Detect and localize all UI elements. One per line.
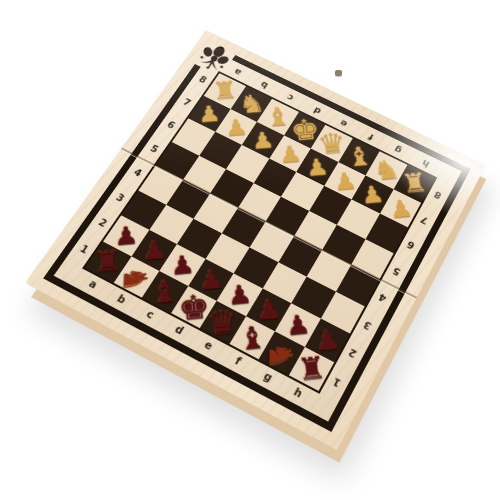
piece-light-pawn-h7[interactable]: ♟ — [383, 192, 419, 223]
pieces-layer: ♜♞♝♚♛♝♞♜♟♟♟♟♟♟♟♟♟♟♟♟♟♟♟♟♜♞♝♚♛♝♞♜ — [85, 73, 435, 391]
chess-board: abcdefgh abcdefgh 87654321 87654321 ♜♞♝♚… — [25, 30, 486, 450]
product-photo-scene: abcdefgh abcdefgh 87654321 87654321 ♜♞♝♚… — [0, 0, 500, 500]
piece-dark-rook-h1[interactable]: ♜ — [293, 350, 331, 386]
latch-pin — [335, 70, 342, 76]
